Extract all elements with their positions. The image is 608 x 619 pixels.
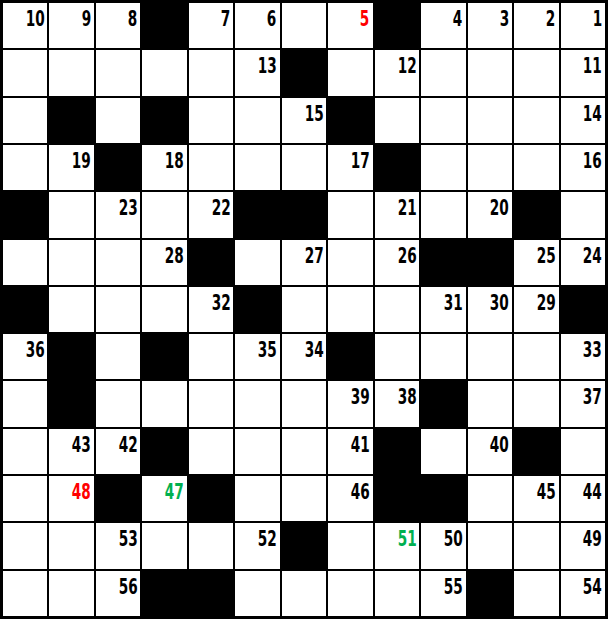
black-cell	[374, 428, 420, 475]
black-cell	[374, 144, 420, 191]
clue-number: 27	[304, 245, 323, 267]
white-cell[interactable]	[327, 191, 373, 238]
white-cell[interactable]: 44	[560, 475, 606, 522]
white-cell[interactable]	[374, 333, 420, 380]
white-cell[interactable]	[513, 522, 559, 569]
white-cell[interactable]: 16	[560, 144, 606, 191]
crossword-board: 1098765432113121115141918171623222120282…	[0, 0, 608, 619]
white-cell[interactable]: 12	[374, 49, 420, 96]
black-cell	[141, 428, 187, 475]
white-cell[interactable]	[95, 380, 141, 427]
white-cell[interactable]: 9	[48, 2, 94, 49]
white-cell[interactable]	[2, 522, 48, 569]
white-cell[interactable]	[467, 380, 513, 427]
white-cell[interactable]	[327, 49, 373, 96]
white-cell[interactable]: 43	[48, 428, 94, 475]
clue-number: 54	[583, 576, 602, 598]
white-cell[interactable]	[374, 570, 420, 617]
white-cell[interactable]: 55	[420, 570, 466, 617]
white-cell[interactable]	[420, 49, 466, 96]
white-cell[interactable]: 56	[95, 570, 141, 617]
white-cell[interactable]: 51	[374, 522, 420, 569]
white-cell[interactable]	[327, 570, 373, 617]
clue-number: 31	[444, 292, 463, 314]
white-cell[interactable]	[513, 333, 559, 380]
white-cell[interactable]	[467, 144, 513, 191]
clue-number: 14	[583, 103, 602, 125]
black-cell	[467, 570, 513, 617]
white-cell[interactable]	[513, 380, 559, 427]
clue-number: 39	[351, 386, 370, 408]
black-cell	[141, 333, 187, 380]
white-cell[interactable]: 41	[327, 428, 373, 475]
white-cell[interactable]: 28	[141, 239, 187, 286]
white-cell[interactable]	[281, 144, 327, 191]
white-cell[interactable]: 26	[374, 239, 420, 286]
white-cell[interactable]	[95, 97, 141, 144]
white-cell[interactable]: 53	[95, 522, 141, 569]
white-cell[interactable]	[141, 380, 187, 427]
clue-number: 16	[583, 150, 602, 172]
white-cell[interactable]: 7	[188, 2, 234, 49]
white-cell[interactable]	[48, 570, 94, 617]
clue-number: 38	[397, 386, 416, 408]
white-cell[interactable]	[420, 333, 466, 380]
white-cell[interactable]	[2, 49, 48, 96]
white-cell[interactable]	[327, 286, 373, 333]
white-cell[interactable]	[281, 286, 327, 333]
white-cell[interactable]	[2, 97, 48, 144]
clue-number: 33	[583, 339, 602, 361]
clue-number: 34	[304, 339, 323, 361]
white-cell[interactable]	[420, 97, 466, 144]
black-cell	[513, 191, 559, 238]
white-cell[interactable]: 40	[467, 428, 513, 475]
white-cell[interactable]	[234, 570, 280, 617]
white-cell[interactable]: 27	[281, 239, 327, 286]
white-cell[interactable]	[374, 97, 420, 144]
white-cell[interactable]	[281, 570, 327, 617]
white-cell[interactable]: 46	[327, 475, 373, 522]
black-cell	[2, 286, 48, 333]
white-cell[interactable]: 29	[513, 286, 559, 333]
white-cell[interactable]	[420, 144, 466, 191]
black-cell	[467, 239, 513, 286]
black-cell	[234, 191, 280, 238]
black-cell	[327, 333, 373, 380]
white-cell[interactable]: 14	[560, 97, 606, 144]
white-cell[interactable]	[188, 97, 234, 144]
white-cell[interactable]	[513, 97, 559, 144]
white-cell[interactable]	[2, 380, 48, 427]
white-cell[interactable]	[48, 191, 94, 238]
white-cell[interactable]	[234, 428, 280, 475]
black-cell	[141, 2, 187, 49]
white-cell[interactable]	[513, 144, 559, 191]
clue-number: 32	[211, 292, 230, 314]
white-cell[interactable]	[48, 239, 94, 286]
black-cell	[95, 475, 141, 522]
white-cell[interactable]	[467, 49, 513, 96]
clue-number: 3	[500, 8, 509, 30]
white-cell[interactable]	[420, 191, 466, 238]
clue-number: 21	[397, 197, 416, 219]
white-cell[interactable]	[467, 475, 513, 522]
white-cell[interactable]: 6	[234, 2, 280, 49]
black-cell	[141, 570, 187, 617]
white-cell[interactable]: 38	[374, 380, 420, 427]
white-cell[interactable]	[374, 286, 420, 333]
white-cell[interactable]: 13	[234, 49, 280, 96]
white-cell[interactable]	[95, 333, 141, 380]
white-cell[interactable]	[234, 144, 280, 191]
white-cell[interactable]	[2, 570, 48, 617]
white-cell[interactable]: 17	[327, 144, 373, 191]
white-cell[interactable]	[188, 49, 234, 96]
white-cell[interactable]	[2, 475, 48, 522]
white-cell[interactable]: 15	[281, 97, 327, 144]
clue-number: 26	[397, 245, 416, 267]
black-cell	[188, 239, 234, 286]
white-cell[interactable]: 48	[48, 475, 94, 522]
clue-number: 29	[537, 292, 556, 314]
clue-number: 1	[593, 8, 602, 30]
clue-number: 45	[537, 481, 556, 503]
white-cell[interactable]: 42	[95, 428, 141, 475]
clue-number: 5	[360, 8, 369, 30]
white-cell[interactable]: 24	[560, 239, 606, 286]
white-cell[interactable]: 39	[327, 380, 373, 427]
black-cell	[420, 380, 466, 427]
clue-number: 9	[81, 8, 90, 30]
clue-number: 41	[351, 434, 370, 456]
clue-number: 42	[118, 434, 137, 456]
white-cell[interactable]	[141, 191, 187, 238]
white-cell[interactable]: 35	[234, 333, 280, 380]
white-cell[interactable]	[141, 522, 187, 569]
clue-number: 49	[583, 528, 602, 550]
clue-number: 7	[221, 8, 230, 30]
black-cell	[374, 475, 420, 522]
white-cell[interactable]	[234, 380, 280, 427]
white-cell[interactable]	[188, 428, 234, 475]
white-cell[interactable]	[327, 239, 373, 286]
white-cell[interactable]	[467, 333, 513, 380]
white-cell[interactable]	[420, 428, 466, 475]
clue-number: 19	[72, 150, 91, 172]
clue-number: 22	[211, 197, 230, 219]
white-cell[interactable]: 8	[95, 2, 141, 49]
white-cell[interactable]: 19	[48, 144, 94, 191]
black-cell	[2, 191, 48, 238]
clue-number: 25	[537, 245, 556, 267]
white-cell[interactable]	[95, 239, 141, 286]
white-cell[interactable]	[281, 475, 327, 522]
white-cell[interactable]: 33	[560, 333, 606, 380]
black-cell	[281, 49, 327, 96]
clue-number: 55	[444, 576, 463, 598]
white-cell[interactable]	[2, 428, 48, 475]
white-cell[interactable]: 18	[141, 144, 187, 191]
clue-number: 23	[118, 197, 137, 219]
white-cell[interactable]: 54	[560, 570, 606, 617]
clue-number: 8	[128, 8, 137, 30]
white-cell[interactable]	[327, 522, 373, 569]
white-cell[interactable]	[467, 97, 513, 144]
white-cell[interactable]: 45	[513, 475, 559, 522]
white-cell[interactable]	[281, 428, 327, 475]
white-cell[interactable]: 11	[560, 49, 606, 96]
white-cell[interactable]: 52	[234, 522, 280, 569]
clue-number: 50	[444, 528, 463, 550]
black-cell	[188, 475, 234, 522]
white-cell[interactable]: 36	[2, 333, 48, 380]
black-cell	[281, 191, 327, 238]
white-cell[interactable]: 37	[560, 380, 606, 427]
clue-number: 30	[490, 292, 509, 314]
white-cell[interactable]	[513, 49, 559, 96]
white-cell[interactable]	[281, 380, 327, 427]
white-cell[interactable]: 2	[513, 2, 559, 49]
white-cell[interactable]	[188, 333, 234, 380]
clue-number: 47	[165, 481, 184, 503]
clue-number: 11	[583, 55, 602, 77]
white-cell[interactable]: 21	[374, 191, 420, 238]
black-cell	[420, 239, 466, 286]
white-cell[interactable]	[560, 428, 606, 475]
white-cell[interactable]: 10	[2, 2, 48, 49]
white-cell[interactable]	[513, 570, 559, 617]
white-cell[interactable]	[188, 380, 234, 427]
white-cell[interactable]	[234, 475, 280, 522]
white-cell[interactable]: 50	[420, 522, 466, 569]
black-cell	[513, 428, 559, 475]
clue-number: 17	[351, 150, 370, 172]
white-cell[interactable]	[141, 49, 187, 96]
clue-number: 56	[118, 576, 137, 598]
clue-number: 53	[118, 528, 137, 550]
white-cell[interactable]: 47	[141, 475, 187, 522]
clue-number: 51	[397, 528, 416, 550]
clue-number: 37	[583, 386, 602, 408]
clue-number: 20	[490, 197, 509, 219]
white-cell[interactable]: 22	[188, 191, 234, 238]
clue-number: 18	[165, 150, 184, 172]
black-cell	[141, 97, 187, 144]
clue-number: 13	[258, 55, 277, 77]
black-cell	[281, 522, 327, 569]
black-cell	[234, 286, 280, 333]
clue-number: 48	[72, 481, 91, 503]
black-cell	[48, 380, 94, 427]
clue-number: 10	[25, 8, 44, 30]
clue-number: 12	[397, 55, 416, 77]
black-cell	[374, 2, 420, 49]
clue-number: 28	[165, 245, 184, 267]
white-cell[interactable]: 1	[560, 2, 606, 49]
clue-number: 44	[583, 481, 602, 503]
white-cell[interactable]	[48, 49, 94, 96]
white-cell[interactable]: 25	[513, 239, 559, 286]
white-cell[interactable]	[48, 286, 94, 333]
white-cell[interactable]	[188, 144, 234, 191]
clue-number: 35	[258, 339, 277, 361]
white-cell[interactable]	[95, 49, 141, 96]
clue-number: 46	[351, 481, 370, 503]
white-cell[interactable]	[2, 144, 48, 191]
white-cell[interactable]	[188, 522, 234, 569]
white-cell[interactable]: 34	[281, 333, 327, 380]
black-cell	[95, 144, 141, 191]
white-cell[interactable]: 5	[327, 2, 373, 49]
black-cell	[560, 286, 606, 333]
black-cell	[327, 97, 373, 144]
clue-number: 6	[267, 8, 276, 30]
white-cell[interactable]: 31	[420, 286, 466, 333]
white-cell[interactable]: 23	[95, 191, 141, 238]
white-cell[interactable]	[560, 191, 606, 238]
black-cell	[48, 97, 94, 144]
white-cell[interactable]: 20	[467, 191, 513, 238]
white-cell[interactable]	[234, 97, 280, 144]
clue-number: 2	[546, 8, 555, 30]
black-cell	[48, 333, 94, 380]
white-cell[interactable]: 49	[560, 522, 606, 569]
clue-number: 4	[453, 8, 462, 30]
clue-number: 43	[72, 434, 91, 456]
white-cell[interactable]: 32	[188, 286, 234, 333]
white-cell[interactable]	[281, 2, 327, 49]
white-cell[interactable]	[48, 522, 94, 569]
white-cell[interactable]: 4	[420, 2, 466, 49]
white-cell[interactable]	[467, 522, 513, 569]
white-cell[interactable]: 3	[467, 2, 513, 49]
black-cell	[188, 570, 234, 617]
white-cell[interactable]	[2, 239, 48, 286]
clue-number: 24	[583, 245, 602, 267]
white-cell[interactable]	[141, 286, 187, 333]
clue-number: 15	[304, 103, 323, 125]
clue-number: 52	[258, 528, 277, 550]
clue-number: 40	[490, 434, 509, 456]
white-cell[interactable]: 30	[467, 286, 513, 333]
white-cell[interactable]	[95, 286, 141, 333]
black-cell	[420, 475, 466, 522]
clue-number: 36	[25, 339, 44, 361]
white-cell[interactable]	[234, 239, 280, 286]
